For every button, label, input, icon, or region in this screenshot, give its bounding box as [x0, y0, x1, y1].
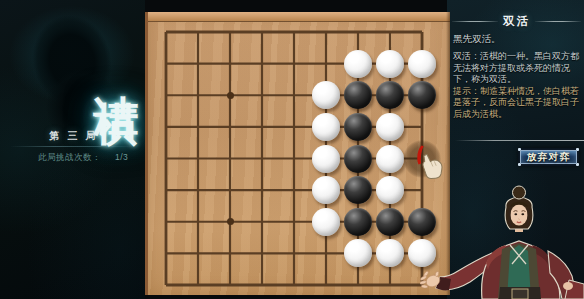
white-stone — [376, 176, 404, 204]
puzzle-mode-title: 诘棋 — [0, 4, 145, 126]
white-stone — [344, 50, 372, 78]
sidebar-divider — [10, 146, 135, 147]
puzzle-description: 双活：活棋的一种。黑白双方都无法将对方提取或杀死的情况下，称为双活。 提示：制造… — [453, 51, 581, 120]
go-board[interactable] — [145, 12, 450, 295]
give-up-button-label: 放弃对弈 — [520, 150, 577, 164]
white-stone — [312, 145, 340, 173]
puzzle-title: 双活 — [503, 14, 530, 29]
white-stone — [312, 208, 340, 236]
white-stone — [408, 50, 436, 78]
white-stone — [376, 113, 404, 141]
attempts-value: 1/3 — [115, 152, 128, 164]
black-stone — [408, 81, 436, 109]
white-stone — [312, 113, 340, 141]
attempts-label: 此局挑战次数： — [38, 152, 101, 164]
white-stone — [376, 50, 404, 78]
black-stone — [344, 113, 372, 141]
black-stone — [344, 208, 372, 236]
white-stone — [376, 145, 404, 173]
stage-label: 第三局 — [0, 129, 145, 143]
challenge-attempts: 此局挑战次数： 1/3 — [38, 152, 145, 164]
star-point — [227, 92, 234, 99]
title-flank-line — [535, 21, 581, 22]
give-up-button[interactable]: 放弃对弈 — [518, 148, 579, 166]
game-screen: 诘棋 第三局 此局挑战次数： 1/3 双活 黑先双活。 — [0, 0, 584, 299]
npc-portrait — [420, 183, 584, 299]
puzzle-goal: 黑先双活。 — [453, 33, 501, 46]
black-stone — [376, 208, 404, 236]
hint-text: 提示：制造某种情况，使白棋若是落子，反而会让黑子提取白子后成为活棋。 — [453, 86, 581, 121]
black-stone — [344, 145, 372, 173]
title-flank-line — [452, 21, 498, 22]
left-sidebar: 诘棋 第三局 此局挑战次数： 1/3 — [0, 0, 145, 299]
white-stone — [312, 176, 340, 204]
star-point — [227, 218, 234, 225]
panel-divider — [455, 140, 584, 141]
definition-text: 双活：活棋的一种。黑白双方都无法将对方提取或杀死的情况下，称为双活。 — [453, 51, 581, 86]
panel-title-row: 双活 — [452, 14, 581, 29]
black-stone — [344, 176, 372, 204]
